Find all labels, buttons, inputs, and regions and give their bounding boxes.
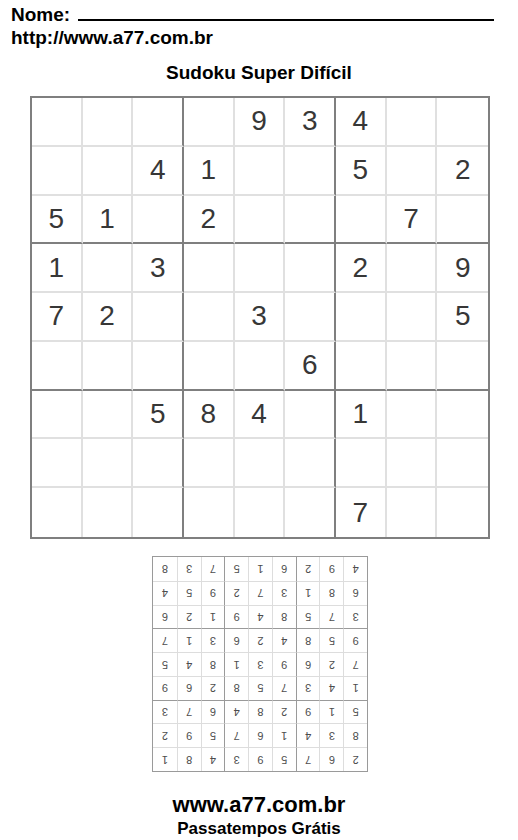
puzzle-cell-r4c9: 9: [437, 244, 488, 293]
solution-cell-r7c7: 1: [201, 605, 225, 629]
puzzle-cell-r1c1[interactable]: [32, 98, 83, 147]
solution-cell-r5c8: 4: [177, 652, 201, 676]
puzzle-cell-r1c5: 9: [235, 98, 286, 147]
solution-cell-r9c3: 2: [296, 557, 320, 581]
puzzle-cell-r6c8[interactable]: [387, 342, 438, 391]
solution-cell-r8c1: 6: [343, 581, 367, 605]
solution-cell-r6c2: 5: [319, 628, 343, 652]
solution-cell-r2c3: 4: [296, 723, 320, 747]
solution-cell-r3c5: 8: [248, 700, 272, 724]
puzzle-cell-r7c2[interactable]: [83, 391, 134, 440]
solution-cell-r9c8: 3: [177, 557, 201, 581]
puzzle-cell-r2c4: 1: [184, 147, 235, 196]
solution-cell-r9c5: 1: [248, 557, 272, 581]
puzzle-cell-r7c8[interactable]: [387, 391, 438, 440]
puzzle-cell-r6c6: 6: [285, 342, 336, 391]
puzzle-cell-r7c3: 5: [133, 391, 184, 440]
solution-cell-r5c9: 5: [153, 652, 177, 676]
puzzle-cell-r2c9: 2: [437, 147, 488, 196]
puzzle-cell-r4c7: 2: [336, 244, 387, 293]
puzzle-cell-r7c4: 8: [184, 391, 235, 440]
puzzle-cell-r8c8[interactable]: [387, 439, 438, 488]
solution-cell-r8c5: 7: [248, 581, 272, 605]
solution-cell-r9c2: 9: [319, 557, 343, 581]
puzzle-cell-r2c1[interactable]: [32, 147, 83, 196]
solution-cell-r3c9: 3: [153, 700, 177, 724]
solution-cell-r2c8: 9: [177, 723, 201, 747]
solution-cell-r3c7: 6: [201, 700, 225, 724]
puzzle-cell-r5c2: 2: [83, 293, 134, 342]
puzzle-cell-r8c1[interactable]: [32, 439, 83, 488]
puzzle-cell-r3c7[interactable]: [336, 196, 387, 245]
solution-cell-r4c9: 9: [153, 676, 177, 700]
worksheet-page: Nome: http://www.a77.com.br Sudoku Super…: [0, 0, 518, 840]
solution-cell-r3c8: 7: [177, 700, 201, 724]
puzzle-cell-r5c5: 3: [235, 293, 286, 342]
solution-cell-r4c5: 5: [248, 676, 272, 700]
solution-cell-r6c8: 1: [177, 628, 201, 652]
solution-cell-r1c1: 2: [343, 747, 367, 771]
puzzle-cell-r3c9[interactable]: [437, 196, 488, 245]
puzzle-cell-r9c6[interactable]: [285, 488, 336, 537]
name-label: Nome:: [11, 4, 70, 26]
solution-cell-r8c3: 1: [296, 581, 320, 605]
solution-cell-r3c6: 4: [224, 700, 248, 724]
solution-cell-r4c8: 6: [177, 676, 201, 700]
solution-cell-r9c7: 7: [201, 557, 225, 581]
solution-cell-r1c5: 9: [248, 747, 272, 771]
puzzle-cell-r8c6[interactable]: [285, 439, 336, 488]
solution-cell-r7c9: 6: [153, 605, 177, 629]
solution-cell-r7c8: 2: [177, 605, 201, 629]
solution-cell-r9c6: 5: [224, 557, 248, 581]
puzzle-cell-r7c6[interactable]: [285, 391, 336, 440]
puzzle-cell-r9c8[interactable]: [387, 488, 438, 537]
puzzle-cell-r3c4: 2: [184, 196, 235, 245]
puzzle-cell-r5c1: 7: [32, 293, 83, 342]
footer-site-text: www.a77.com.br: [0, 792, 518, 818]
puzzle-cell-r8c9[interactable]: [437, 439, 488, 488]
puzzle-cell-r4c3: 3: [133, 244, 184, 293]
puzzle-cell-r8c4[interactable]: [184, 439, 235, 488]
puzzle-cell-r9c2[interactable]: [83, 488, 134, 537]
sudoku-solution-grid-rotated-180: 2675934818341675925192846731437582697269…: [152, 556, 368, 772]
solution-cell-r8c7: 9: [201, 581, 225, 605]
puzzle-cell-r3c6[interactable]: [285, 196, 336, 245]
puzzle-cell-r7c9[interactable]: [437, 391, 488, 440]
puzzle-cell-r4c4[interactable]: [184, 244, 235, 293]
puzzle-cell-r9c9[interactable]: [437, 488, 488, 537]
puzzle-cell-r4c8[interactable]: [387, 244, 438, 293]
puzzle-cell-r2c5[interactable]: [235, 147, 286, 196]
solution-cell-r5c2: 2: [319, 652, 343, 676]
puzzle-cell-r1c3[interactable]: [133, 98, 184, 147]
solution-cell-r7c2: 7: [319, 605, 343, 629]
puzzle-cell-r5c7[interactable]: [336, 293, 387, 342]
solution-cell-r6c5: 2: [248, 628, 272, 652]
solution-cell-r9c4: 6: [272, 557, 296, 581]
puzzle-cell-r8c2[interactable]: [83, 439, 134, 488]
puzzle-cell-r7c1[interactable]: [32, 391, 83, 440]
solution-cell-r2c2: 3: [319, 723, 343, 747]
solution-cell-r5c3: 6: [296, 652, 320, 676]
solution-cell-r5c4: 9: [272, 652, 296, 676]
puzzle-cell-r8c5[interactable]: [235, 439, 286, 488]
solution-cell-r6c6: 6: [224, 628, 248, 652]
name-fill-in-line[interactable]: [78, 19, 494, 21]
solution-cell-r5c5: 3: [248, 652, 272, 676]
solution-cell-r6c1: 9: [343, 628, 367, 652]
sudoku-puzzle-grid: 9344152512713297235658417: [30, 96, 490, 539]
solution-cell-r3c1: 5: [343, 700, 367, 724]
solution-cell-r6c7: 3: [201, 628, 225, 652]
solution-cell-r2c7: 5: [201, 723, 225, 747]
puzzle-cell-r1c7: 4: [336, 98, 387, 147]
solution-cell-r6c4: 4: [272, 628, 296, 652]
solution-cell-r7c6: 9: [224, 605, 248, 629]
solution-cell-r1c4: 5: [272, 747, 296, 771]
puzzle-cell-r6c5[interactable]: [235, 342, 286, 391]
solution-cell-r4c7: 2: [201, 676, 225, 700]
puzzle-cell-r3c2: 1: [83, 196, 134, 245]
puzzle-cell-r5c6[interactable]: [285, 293, 336, 342]
puzzle-cell-r8c3[interactable]: [133, 439, 184, 488]
puzzle-cell-r2c2[interactable]: [83, 147, 134, 196]
puzzle-cell-r2c7: 5: [336, 147, 387, 196]
puzzle-cell-r4c1: 1: [32, 244, 83, 293]
solution-cell-r3c4: 2: [272, 700, 296, 724]
puzzle-cell-r1c9[interactable]: [437, 98, 488, 147]
puzzle-cell-r6c3[interactable]: [133, 342, 184, 391]
solution-cell-r1c6: 3: [224, 747, 248, 771]
puzzle-cell-r1c8[interactable]: [387, 98, 438, 147]
solution-cell-r7c4: 8: [272, 605, 296, 629]
puzzle-cell-r9c4[interactable]: [184, 488, 235, 537]
solution-cell-r5c6: 1: [224, 652, 248, 676]
puzzle-cell-r3c3[interactable]: [133, 196, 184, 245]
puzzle-cell-r8c7[interactable]: [336, 439, 387, 488]
puzzle-cell-r1c2[interactable]: [83, 98, 134, 147]
puzzle-cell-r6c1[interactable]: [32, 342, 83, 391]
solution-cell-r1c8: 8: [177, 747, 201, 771]
solution-cell-r9c9: 8: [153, 557, 177, 581]
solution-cell-r6c3: 8: [296, 628, 320, 652]
puzzle-cell-r5c8[interactable]: [387, 293, 438, 342]
solution-cell-r8c6: 2: [224, 581, 248, 605]
solution-cell-r4c4: 7: [272, 676, 296, 700]
puzzle-cell-r9c1[interactable]: [32, 488, 83, 537]
puzzle-cell-r1c4[interactable]: [184, 98, 235, 147]
solution-cell-r4c3: 3: [296, 676, 320, 700]
puzzle-cell-r5c9: 5: [437, 293, 488, 342]
solution-cell-r1c7: 4: [201, 747, 225, 771]
puzzle-cell-r6c2[interactable]: [83, 342, 134, 391]
puzzle-cell-r3c1: 5: [32, 196, 83, 245]
solution-cell-r4c2: 4: [319, 676, 343, 700]
puzzle-cell-r6c7[interactable]: [336, 342, 387, 391]
solution-cell-r2c1: 8: [343, 723, 367, 747]
puzzle-cell-r5c3[interactable]: [133, 293, 184, 342]
solution-cell-r8c4: 3: [272, 581, 296, 605]
puzzle-cell-r1c6: 3: [285, 98, 336, 147]
solution-cell-r3c2: 1: [319, 700, 343, 724]
puzzle-cell-r7c5: 4: [235, 391, 286, 440]
puzzle-cell-r6c4[interactable]: [184, 342, 235, 391]
puzzle-cell-r2c6[interactable]: [285, 147, 336, 196]
puzzle-cell-r3c8: 7: [387, 196, 438, 245]
puzzle-cell-r4c2[interactable]: [83, 244, 134, 293]
solution-cell-r4c6: 8: [224, 676, 248, 700]
solution-cell-r3c3: 9: [296, 700, 320, 724]
puzzle-cell-r4c6[interactable]: [285, 244, 336, 293]
puzzle-cell-r9c3[interactable]: [133, 488, 184, 537]
solution-cell-r8c9: 4: [153, 581, 177, 605]
site-url-text: http://www.a77.com.br: [11, 27, 213, 49]
solution-cell-r2c4: 1: [272, 723, 296, 747]
solution-cell-r1c9: 1: [153, 747, 177, 771]
solution-cell-r7c3: 5: [296, 605, 320, 629]
puzzle-cell-r4c5[interactable]: [235, 244, 286, 293]
puzzle-cell-r3c5[interactable]: [235, 196, 286, 245]
solution-cell-r9c1: 4: [343, 557, 367, 581]
solution-cell-r2c9: 2: [153, 723, 177, 747]
solution-cell-r5c1: 7: [343, 652, 367, 676]
solution-cell-r7c1: 3: [343, 605, 367, 629]
puzzle-cell-r9c7: 7: [336, 488, 387, 537]
puzzle-cell-r2c8[interactable]: [387, 147, 438, 196]
solution-cell-r8c8: 5: [177, 581, 201, 605]
footer-tagline-text: Passatempos Grátis: [0, 819, 518, 839]
puzzle-cell-r6c9[interactable]: [437, 342, 488, 391]
puzzle-title: Sudoku Super Difícil: [0, 62, 518, 84]
solution-cell-r8c2: 8: [319, 581, 343, 605]
puzzle-cell-r5c4[interactable]: [184, 293, 235, 342]
solution-cell-r1c2: 6: [319, 747, 343, 771]
solution-cell-r6c9: 7: [153, 628, 177, 652]
puzzle-cell-r9c5[interactable]: [235, 488, 286, 537]
solution-cell-r2c6: 7: [224, 723, 248, 747]
solution-cell-r5c7: 8: [201, 652, 225, 676]
solution-cell-r2c5: 6: [248, 723, 272, 747]
puzzle-cell-r7c7: 1: [336, 391, 387, 440]
solution-cell-r1c3: 7: [296, 747, 320, 771]
solution-cell-r4c1: 1: [343, 676, 367, 700]
solution-cell-r7c5: 4: [248, 605, 272, 629]
puzzle-cell-r2c3: 4: [133, 147, 184, 196]
